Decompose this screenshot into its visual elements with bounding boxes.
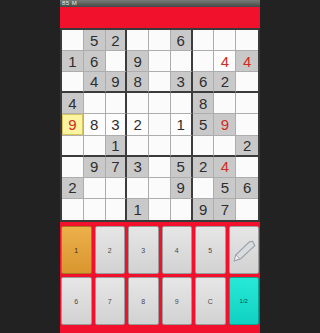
keypad-page-toggle-button[interactable]: 1/2 [229,277,260,325]
cell-r5c7[interactable]: 5 [193,114,215,135]
digit-button-9[interactable]: 9 [162,277,193,325]
cell-r1c5[interactable] [149,30,171,51]
cell-r6c7[interactable] [193,136,215,157]
cell-r5c1[interactable]: 9 [62,114,84,135]
cell-r8c5[interactable] [149,178,171,199]
cell-r4c6[interactable] [171,93,193,114]
cell-r6c6[interactable] [171,136,193,157]
cell-r9c7[interactable]: 9 [193,199,215,220]
cell-r9c3[interactable] [106,199,128,220]
cell-r9c2[interactable] [84,199,106,220]
status-bar: 85 M [60,0,260,7]
cell-r9c8[interactable]: 7 [214,199,236,220]
cell-r9c9[interactable] [236,199,258,220]
cell-r7c5[interactable] [149,157,171,178]
eraser-button[interactable] [229,226,260,274]
cell-r2c1[interactable]: 1 [62,51,84,72]
cell-r4c4[interactable] [127,93,149,114]
cell-r7c4[interactable]: 3 [127,157,149,178]
cell-r3c2[interactable]: 4 [84,72,106,93]
cell-r8c6[interactable]: 9 [171,178,193,199]
cell-r8c4[interactable] [127,178,149,199]
cell-r1c8[interactable] [214,30,236,51]
cell-r7c3[interactable]: 7 [106,157,128,178]
cell-r6c2[interactable] [84,136,106,157]
cell-r3c9[interactable] [236,72,258,93]
cell-r7c2[interactable]: 9 [84,157,106,178]
keypad-row-1: 12345 [61,226,259,274]
cell-r2c8[interactable]: 4 [214,51,236,72]
cell-r8c3[interactable] [106,178,128,199]
cell-r3c1[interactable] [62,72,84,93]
cell-r9c6[interactable] [171,199,193,220]
cell-r4c7[interactable]: 8 [193,93,215,114]
cell-r3c7[interactable]: 6 [193,72,215,93]
clear-button[interactable]: C [195,277,226,325]
cell-r3c8[interactable]: 2 [214,72,236,93]
cell-r4c5[interactable] [149,93,171,114]
cell-r1c7[interactable] [193,30,215,51]
sudoku-board: 52616944498362489832159129735242956197 [60,28,260,222]
cell-r2c7[interactable] [193,51,215,72]
cell-r8c2[interactable] [84,178,106,199]
cell-r4c8[interactable] [214,93,236,114]
cell-r5c6[interactable]: 1 [171,114,193,135]
keypad-row-2: 6789C1/2 [61,277,259,325]
cell-r5c8[interactable]: 9 [214,114,236,135]
cell-r2c2[interactable]: 6 [84,51,106,72]
cell-r1c6[interactable]: 6 [171,30,193,51]
cell-r8c1[interactable]: 2 [62,178,84,199]
cell-r5c3[interactable]: 3 [106,114,128,135]
digit-button-7[interactable]: 7 [95,277,126,325]
cell-r5c9[interactable] [236,114,258,135]
digit-button-8[interactable]: 8 [128,277,159,325]
cell-r6c3[interactable]: 1 [106,136,128,157]
cell-r6c5[interactable] [149,136,171,157]
status-bar-text: 85 M [62,0,77,6]
app-title-bar [60,7,260,28]
cell-r2c3[interactable] [106,51,128,72]
digit-button-5[interactable]: 5 [195,226,226,274]
cell-r1c3[interactable]: 2 [106,30,128,51]
cell-r6c1[interactable] [62,136,84,157]
cell-r8c9[interactable]: 6 [236,178,258,199]
cell-r7c8[interactable]: 4 [214,157,236,178]
cell-r3c5[interactable] [149,72,171,93]
number-keypad: 123456789C1/2 [60,222,260,325]
cell-r4c1[interactable]: 4 [62,93,84,114]
cell-r6c8[interactable] [214,136,236,157]
cell-r6c9[interactable]: 2 [236,136,258,157]
cell-r7c6[interactable]: 5 [171,157,193,178]
cell-r2c9[interactable]: 4 [236,51,258,72]
cell-r8c7[interactable] [193,178,215,199]
cell-r5c2[interactable]: 8 [84,114,106,135]
eraser-icon [231,237,257,263]
cell-r4c9[interactable] [236,93,258,114]
cell-r3c6[interactable]: 3 [171,72,193,93]
cell-r3c3[interactable]: 9 [106,72,128,93]
cell-r1c2[interactable]: 5 [84,30,106,51]
app-screen: 85 M 52616944498362489832159129735242956… [60,0,260,333]
cell-r7c7[interactable]: 2 [193,157,215,178]
cell-r4c2[interactable] [84,93,106,114]
cell-r7c1[interactable] [62,157,84,178]
cell-r9c5[interactable] [149,199,171,220]
cell-r8c8[interactable]: 5 [214,178,236,199]
digit-button-1[interactable]: 1 [61,226,92,274]
cell-r2c5[interactable] [149,51,171,72]
cell-r9c1[interactable] [62,199,84,220]
cell-r7c9[interactable] [236,157,258,178]
digit-button-2[interactable]: 2 [95,226,126,274]
cell-r2c6[interactable] [171,51,193,72]
cell-r1c9[interactable] [236,30,258,51]
cell-r4c3[interactable] [106,93,128,114]
cell-r1c1[interactable] [62,30,84,51]
cell-r9c4[interactable]: 1 [127,199,149,220]
digit-button-3[interactable]: 3 [128,226,159,274]
cell-r1c4[interactable] [127,30,149,51]
digit-button-6[interactable]: 6 [61,277,92,325]
cell-r2c4[interactable]: 9 [127,51,149,72]
cell-r5c4[interactable]: 2 [127,114,149,135]
cell-r5c5[interactable] [149,114,171,135]
cell-r3c4[interactable]: 8 [127,72,149,93]
digit-button-4[interactable]: 4 [162,226,193,274]
cell-r6c4[interactable] [127,136,149,157]
